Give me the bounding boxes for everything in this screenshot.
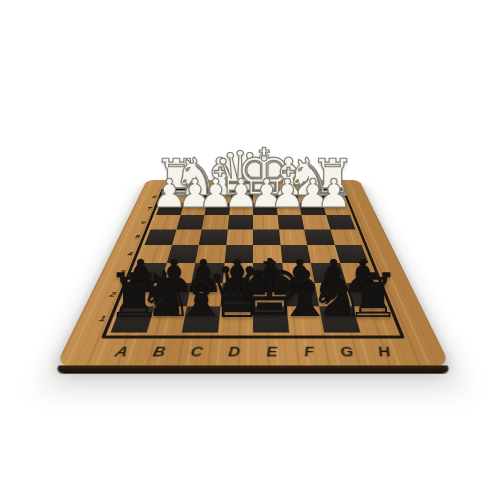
- pieces-layer: ♜♞♝♛♚♝♞♜♟♟♟♟♟♟♟♟♟♟♟♟♟♟♟♟♜♞♝♛♚♝♞♜: [0, 0, 500, 500]
- white-pawn: ♟: [316, 174, 351, 213]
- black-rook: ♜: [345, 265, 400, 326]
- photo-background: 87654321 ABCDEFGH ♜♞♝♛♚♝♞♜♟♟♟♟♟♟♟♟♟♟♟♟♟♟…: [0, 0, 500, 500]
